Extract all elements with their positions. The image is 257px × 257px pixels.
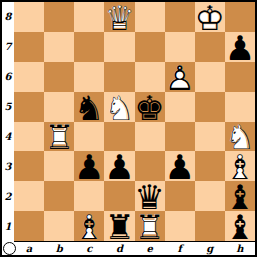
square-b4[interactable]: ♜♖ [44, 122, 74, 152]
square-f7[interactable] [165, 32, 195, 62]
file-label-b: b [44, 242, 74, 255]
square-g3[interactable] [195, 151, 225, 181]
square-f6[interactable]: ♟♙ [165, 62, 195, 92]
square-f1[interactable] [165, 211, 195, 241]
white-knight-fill: ♞ [225, 123, 255, 153]
square-h2[interactable]: ♝ [225, 181, 255, 211]
square-h5[interactable] [225, 92, 255, 122]
white-knight[interactable]: ♘ [225, 123, 255, 153]
square-c1[interactable]: ♝♗ [74, 211, 104, 241]
rank-label-1: 1 [2, 211, 14, 241]
rank-label-4: 4 [2, 122, 14, 152]
square-f2[interactable] [165, 181, 195, 211]
square-c6[interactable] [74, 62, 104, 92]
rank-label-8: 8 [2, 2, 14, 32]
square-e4[interactable] [135, 122, 165, 152]
square-g8[interactable]: ♚♔ [195, 2, 225, 32]
file-label-c: c [74, 242, 104, 255]
square-b2[interactable] [44, 181, 74, 211]
black-pawn[interactable]: ♟ [225, 33, 255, 63]
square-d6[interactable] [104, 62, 134, 92]
square-h1[interactable]: ♝ [225, 211, 255, 241]
black-pawn[interactable]: ♟ [165, 152, 195, 182]
white-rook-fill: ♜ [135, 212, 165, 242]
black-knight[interactable]: ♞ [74, 93, 104, 123]
square-b3[interactable] [44, 151, 74, 181]
white-king[interactable]: ♔ [195, 3, 225, 33]
file-labels: abcdefgh [14, 242, 255, 255]
square-d7[interactable] [104, 32, 134, 62]
file-label-f: f [165, 242, 195, 255]
black-queen[interactable]: ♛ [135, 182, 165, 212]
square-f5[interactable] [165, 92, 195, 122]
white-knight-fill: ♞ [104, 93, 134, 123]
white-queen-fill: ♛ [104, 3, 134, 33]
white-queen[interactable]: ♕ [104, 3, 134, 33]
square-g1[interactable] [195, 211, 225, 241]
square-c5[interactable]: ♞ [74, 92, 104, 122]
white-knight[interactable]: ♘ [104, 93, 134, 123]
square-b6[interactable] [44, 62, 74, 92]
square-e8[interactable] [135, 2, 165, 32]
chess-board[interactable]: ♛♕♚♔♟♟♙♞♞♘♚♜♖♞♘♟♟♟♝♗♛♝♝♗♜♜♖♝ [14, 2, 255, 242]
white-king-fill: ♚ [195, 3, 225, 33]
square-a2[interactable] [14, 181, 44, 211]
black-king[interactable]: ♚ [135, 93, 165, 123]
rank-label-3: 3 [2, 151, 14, 181]
square-b7[interactable] [44, 32, 74, 62]
square-d5[interactable]: ♞♘ [104, 92, 134, 122]
square-g5[interactable] [195, 92, 225, 122]
white-rook[interactable]: ♖ [44, 123, 74, 153]
square-a6[interactable] [14, 62, 44, 92]
square-e5[interactable]: ♚ [135, 92, 165, 122]
white-bishop[interactable]: ♗ [225, 152, 255, 182]
square-d3[interactable]: ♟ [104, 151, 134, 181]
square-a1[interactable] [14, 211, 44, 241]
square-a3[interactable] [14, 151, 44, 181]
square-g6[interactable] [195, 62, 225, 92]
file-label-a: a [14, 242, 44, 255]
white-rook[interactable]: ♖ [135, 212, 165, 242]
square-b8[interactable] [44, 2, 74, 32]
square-g7[interactable] [195, 32, 225, 62]
square-g2[interactable] [195, 181, 225, 211]
white-to-move-indicator [3, 242, 16, 255]
square-a8[interactable] [14, 2, 44, 32]
square-e3[interactable] [135, 151, 165, 181]
square-c8[interactable] [74, 2, 104, 32]
file-label-h: h [225, 242, 255, 255]
square-d4[interactable] [104, 122, 134, 152]
square-d1[interactable]: ♜ [104, 211, 134, 241]
square-e2[interactable]: ♛ [135, 181, 165, 211]
square-f3[interactable]: ♟ [165, 151, 195, 181]
square-h8[interactable] [225, 2, 255, 32]
square-f8[interactable] [165, 2, 195, 32]
white-bishop[interactable]: ♗ [74, 212, 104, 242]
rank-labels: 87654321 [2, 2, 14, 241]
white-bishop-fill: ♝ [74, 212, 104, 242]
file-label-d: d [104, 242, 134, 255]
square-c3[interactable]: ♟ [74, 151, 104, 181]
square-b5[interactable] [44, 92, 74, 122]
rank-label-2: 2 [2, 181, 14, 211]
square-c2[interactable] [74, 181, 104, 211]
square-e7[interactable] [135, 32, 165, 62]
square-g4[interactable] [195, 122, 225, 152]
square-f4[interactable] [165, 122, 195, 152]
white-rook-fill: ♜ [44, 123, 74, 153]
square-d2[interactable] [104, 181, 134, 211]
square-h6[interactable] [225, 62, 255, 92]
square-h3[interactable]: ♝♗ [225, 151, 255, 181]
square-e1[interactable]: ♜♖ [135, 211, 165, 241]
square-c7[interactable] [74, 32, 104, 62]
square-h4[interactable]: ♞♘ [225, 122, 255, 152]
rank-label-5: 5 [2, 92, 14, 122]
square-b1[interactable] [44, 211, 74, 241]
black-pawn[interactable]: ♟ [74, 152, 104, 182]
rank-label-7: 7 [2, 32, 14, 62]
black-rook[interactable]: ♜ [104, 212, 134, 242]
file-label-e: e [135, 242, 165, 255]
square-c4[interactable] [74, 122, 104, 152]
square-a5[interactable] [14, 92, 44, 122]
white-bishop-fill: ♝ [225, 152, 255, 182]
square-a4[interactable] [14, 122, 44, 152]
square-e6[interactable] [135, 62, 165, 92]
square-d8[interactable]: ♛♕ [104, 2, 134, 32]
square-a7[interactable] [14, 32, 44, 62]
file-label-g: g [195, 242, 225, 255]
square-h7[interactable]: ♟ [225, 32, 255, 62]
white-pawn[interactable]: ♙ [165, 63, 195, 93]
black-bishop[interactable]: ♝ [225, 212, 255, 242]
black-bishop[interactable]: ♝ [225, 182, 255, 212]
chess-diagram: 87654321 ♛♕♚♔♟♟♙♞♞♘♚♜♖♞♘♟♟♟♝♗♛♝♝♗♜♜♖♝ ab… [0, 0, 257, 257]
white-pawn-fill: ♟ [165, 63, 195, 93]
black-pawn[interactable]: ♟ [104, 152, 134, 182]
rank-label-6: 6 [2, 62, 14, 92]
